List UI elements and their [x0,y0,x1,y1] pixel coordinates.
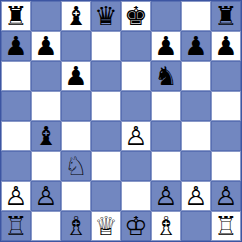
square-a7[interactable]: ♟ [1,31,31,61]
chess-board: ♜♝♛♚♜♟♟♟♟♟♟♞♝♙♘♙♙♙♙♙♖♗♕♔♗♖ [1,1,241,241]
square-b6[interactable] [31,61,61,91]
square-d2[interactable] [91,181,121,211]
square-a5[interactable] [1,91,31,121]
square-g7[interactable]: ♟ [181,31,211,61]
square-d7[interactable] [91,31,121,61]
chess-board-frame: ♜♝♛♚♜♟♟♟♟♟♟♞♝♙♘♙♙♙♙♙♖♗♕♔♗♖ [0,0,242,242]
square-d1[interactable]: ♕ [91,211,121,241]
square-d3[interactable] [91,151,121,181]
black-pawn[interactable]: ♟ [184,31,207,61]
square-e8[interactable]: ♚ [121,1,151,31]
black-rook[interactable]: ♜ [214,1,237,31]
square-b2[interactable]: ♙ [31,181,61,211]
square-h7[interactable]: ♟ [211,31,241,61]
square-g4[interactable] [181,121,211,151]
square-a2[interactable]: ♙ [1,181,31,211]
black-rook[interactable]: ♜ [4,1,27,31]
square-b3[interactable] [31,151,61,181]
square-b5[interactable] [31,91,61,121]
square-g2[interactable]: ♙ [181,181,211,211]
square-e7[interactable] [121,31,151,61]
square-e1[interactable]: ♔ [121,211,151,241]
square-d4[interactable] [91,121,121,151]
white-rook[interactable]: ♖ [4,211,27,241]
black-pawn[interactable]: ♟ [214,31,237,61]
square-c8[interactable]: ♝ [61,1,91,31]
square-f8[interactable] [151,1,181,31]
black-bishop[interactable]: ♝ [64,1,87,31]
white-bishop[interactable]: ♗ [154,211,177,241]
square-a6[interactable] [1,61,31,91]
white-knight[interactable]: ♘ [64,151,87,181]
square-g6[interactable] [181,61,211,91]
square-c3[interactable]: ♘ [61,151,91,181]
white-pawn[interactable]: ♙ [124,121,147,151]
white-pawn[interactable]: ♙ [4,181,27,211]
square-c1[interactable]: ♗ [61,211,91,241]
square-a4[interactable] [1,121,31,151]
black-knight[interactable]: ♞ [154,61,177,91]
square-g3[interactable] [181,151,211,181]
white-king[interactable]: ♔ [124,211,147,241]
square-c2[interactable] [61,181,91,211]
square-f1[interactable]: ♗ [151,211,181,241]
square-h2[interactable]: ♙ [211,181,241,211]
square-f5[interactable] [151,91,181,121]
square-f6[interactable]: ♞ [151,61,181,91]
square-e2[interactable] [121,181,151,211]
black-pawn[interactable]: ♟ [64,61,87,91]
square-b7[interactable]: ♟ [31,31,61,61]
square-d5[interactable] [91,91,121,121]
square-d6[interactable] [91,61,121,91]
square-c5[interactable] [61,91,91,121]
white-bishop[interactable]: ♗ [64,211,87,241]
black-pawn[interactable]: ♟ [154,31,177,61]
white-pawn[interactable]: ♙ [154,181,177,211]
square-h8[interactable]: ♜ [211,1,241,31]
square-g8[interactable] [181,1,211,31]
black-bishop[interactable]: ♝ [34,121,57,151]
square-d8[interactable]: ♛ [91,1,121,31]
square-b8[interactable] [31,1,61,31]
square-a3[interactable] [1,151,31,181]
square-c6[interactable]: ♟ [61,61,91,91]
black-pawn[interactable]: ♟ [34,31,57,61]
square-c7[interactable] [61,31,91,61]
square-g5[interactable] [181,91,211,121]
square-g1[interactable] [181,211,211,241]
white-pawn[interactable]: ♙ [34,181,57,211]
square-c4[interactable] [61,121,91,151]
square-f2[interactable]: ♙ [151,181,181,211]
white-pawn[interactable]: ♙ [214,181,237,211]
square-h5[interactable] [211,91,241,121]
square-e4[interactable]: ♙ [121,121,151,151]
black-pawn[interactable]: ♟ [4,31,27,61]
square-h4[interactable] [211,121,241,151]
square-h6[interactable] [211,61,241,91]
square-e3[interactable] [121,151,151,181]
white-rook[interactable]: ♖ [214,211,237,241]
square-b4[interactable]: ♝ [31,121,61,151]
square-h1[interactable]: ♖ [211,211,241,241]
square-f3[interactable] [151,151,181,181]
square-a1[interactable]: ♖ [1,211,31,241]
black-king[interactable]: ♚ [124,1,147,31]
square-f7[interactable]: ♟ [151,31,181,61]
square-h3[interactable] [211,151,241,181]
square-f4[interactable] [151,121,181,151]
square-e5[interactable] [121,91,151,121]
white-queen[interactable]: ♕ [94,211,117,241]
black-queen[interactable]: ♛ [94,1,117,31]
square-e6[interactable] [121,61,151,91]
square-a8[interactable]: ♜ [1,1,31,31]
white-pawn[interactable]: ♙ [184,181,207,211]
square-b1[interactable] [31,211,61,241]
